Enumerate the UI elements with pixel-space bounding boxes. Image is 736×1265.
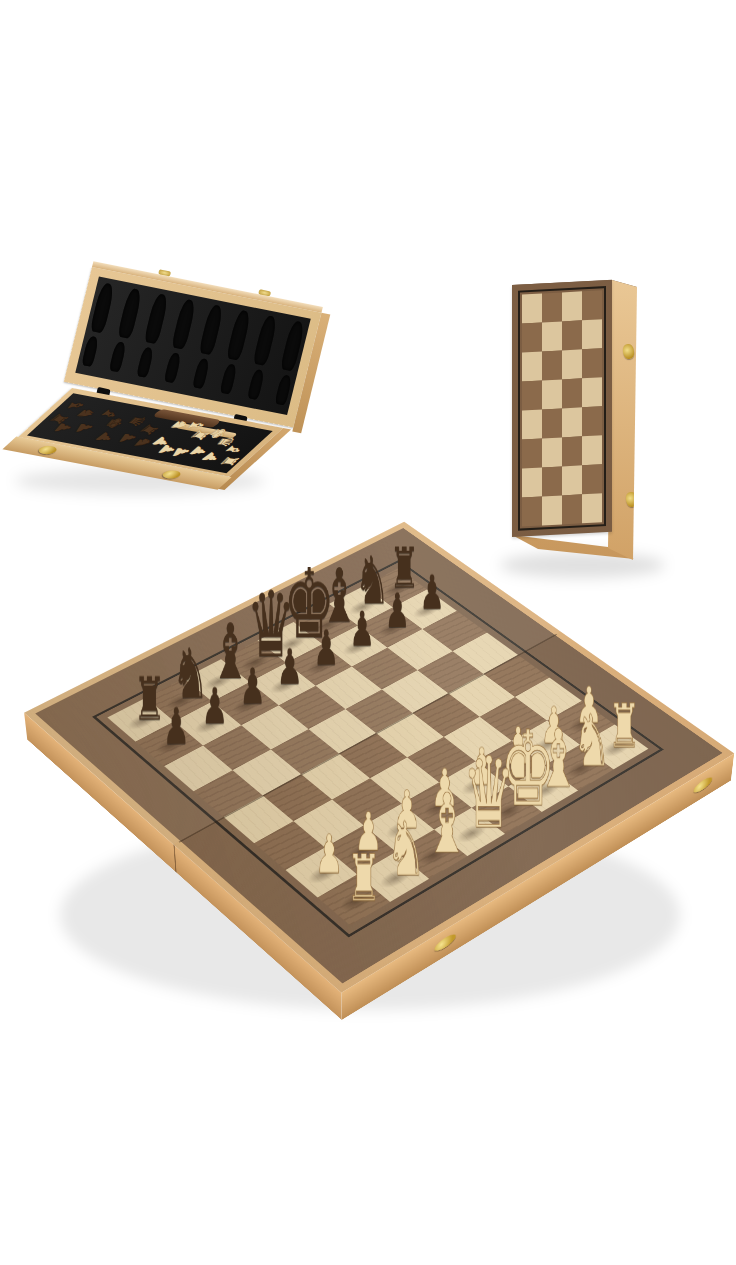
hinge-icon [158,269,171,276]
piece-cutout [144,293,170,344]
folded-square [522,467,542,497]
folded-square [562,465,582,495]
folded-square [582,406,602,436]
piece-cutout [280,320,306,371]
piece-cutout [192,358,210,389]
piece-cutout [90,282,116,333]
folded-square [522,351,542,381]
folded-square [582,290,602,320]
folded-square [562,494,582,524]
piece-cutout [198,304,224,355]
brass-latch-icon [693,774,713,795]
folded-square [582,319,602,349]
piece-cutout [109,341,127,372]
folded-square [562,378,582,408]
folded-square [542,321,562,351]
folded-square [522,293,542,323]
white-r-glyph-icon: ♜ [608,698,637,752]
black-p-glyph-icon: ♟ [162,704,191,749]
white-r-glyph-icon: ♜ [347,849,378,907]
white-b-glyph-icon: ♝ [425,786,455,860]
piece-cutout [137,347,155,378]
folded-square [522,380,542,410]
folded-square [522,496,542,526]
folded-checker-grid [522,290,602,526]
folded-square [542,292,562,322]
piece-cutout [164,352,182,383]
folded-square [562,320,582,350]
brass-latch-icon [625,491,638,508]
brass-latch-icon [434,931,455,954]
folded-square [542,379,562,409]
brass-clasp-icon [35,445,59,456]
folded-square [582,377,602,407]
brass-latch-icon [622,343,635,360]
folded-square [562,349,582,379]
folded-square [562,291,582,321]
folded-square [542,408,562,438]
white-n-glyph-icon: ♞ [386,816,417,883]
folded-square [542,437,562,467]
piece-cutout [247,369,265,400]
folded-board [488,272,663,582]
white-p-glyph-icon: ♟ [314,831,345,879]
folded-square [562,407,582,437]
folded-square [582,348,602,378]
brass-clasp-icon [159,469,183,480]
open-storage-box: ♝♜♞♟♟♝♚♟♛♟♜♞♞♝♟♟♜♟♚♟♛♟♝♜ [0,255,345,505]
folded-square [542,495,562,525]
piece-cutout [81,336,99,367]
folded-square [582,435,602,465]
folded-square [562,436,582,466]
piece-cutout [253,315,279,366]
folded-square [582,464,602,494]
folded-square [542,466,562,496]
piece-cutout [219,363,237,394]
piece-cutout [171,298,197,349]
folded-square [522,438,542,468]
product-photo: { "game": "chess", "scene": "wooden fold… [0,0,736,1265]
folded-square [582,493,602,523]
hinge-icon [259,289,272,296]
folded-square [542,350,562,380]
fold-seam-notch [173,845,176,873]
piece-cutout [226,309,252,360]
piece-cutout [275,374,293,405]
folded-square [522,322,542,352]
piece-cutout [117,288,143,339]
folded-board-front-face [512,280,612,537]
folded-square [522,409,542,439]
